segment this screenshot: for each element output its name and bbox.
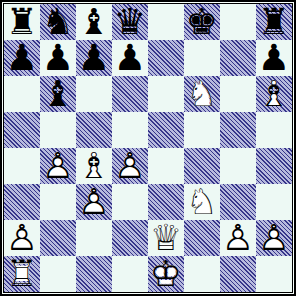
piece-white-queen[interactable]: ♛♕ xyxy=(148,220,184,256)
chess-board: ♜♞♝♛♚♜♟♟♟♟♟♝♞♘♝♗♟♙♝♗♟♙♟♙♞♘♟♙♛♕♟♙♟♙♜♖♚♔ xyxy=(0,0,296,296)
square-f6[interactable]: ♞♘ xyxy=(184,76,220,112)
square-b7[interactable]: ♟ xyxy=(40,40,76,76)
square-g3[interactable] xyxy=(220,184,256,220)
piece-white-pawn[interactable]: ♟♙ xyxy=(256,220,292,256)
square-g6[interactable] xyxy=(220,76,256,112)
square-f4[interactable] xyxy=(184,148,220,184)
piece-white-pawn[interactable]: ♟♙ xyxy=(76,184,112,220)
square-c8[interactable]: ♝ xyxy=(76,4,112,40)
square-c4[interactable]: ♝♗ xyxy=(76,148,112,184)
square-d5[interactable] xyxy=(112,112,148,148)
square-h3[interactable] xyxy=(256,184,292,220)
piece-black-rook[interactable]: ♜ xyxy=(256,4,292,40)
white-rook-outline: ♖ xyxy=(4,256,40,292)
square-a3[interactable] xyxy=(4,184,40,220)
white-bishop-outline: ♗ xyxy=(256,76,292,112)
square-e7[interactable] xyxy=(148,40,184,76)
square-h6[interactable]: ♝♗ xyxy=(256,76,292,112)
square-b2[interactable] xyxy=(40,220,76,256)
square-g8[interactable] xyxy=(220,4,256,40)
square-g1[interactable] xyxy=(220,256,256,292)
piece-black-knight[interactable]: ♞ xyxy=(40,4,76,40)
square-d3[interactable] xyxy=(112,184,148,220)
square-b6[interactable]: ♝ xyxy=(40,76,76,112)
white-pawn-outline: ♙ xyxy=(256,220,292,256)
square-f2[interactable] xyxy=(184,220,220,256)
square-h8[interactable]: ♜ xyxy=(256,4,292,40)
piece-black-bishop[interactable]: ♝ xyxy=(76,4,112,40)
piece-white-pawn[interactable]: ♟♙ xyxy=(112,148,148,184)
piece-white-knight[interactable]: ♞♘ xyxy=(184,184,220,220)
square-a6[interactable] xyxy=(4,76,40,112)
square-h7[interactable]: ♟ xyxy=(256,40,292,76)
white-knight-outline: ♘ xyxy=(184,76,220,112)
square-e8[interactable] xyxy=(148,4,184,40)
white-pawn-outline: ♙ xyxy=(4,220,40,256)
square-b1[interactable] xyxy=(40,256,76,292)
square-a5[interactable] xyxy=(4,112,40,148)
square-d6[interactable] xyxy=(112,76,148,112)
square-d8[interactable]: ♛ xyxy=(112,4,148,40)
square-f7[interactable] xyxy=(184,40,220,76)
square-c7[interactable]: ♟ xyxy=(76,40,112,76)
square-e5[interactable] xyxy=(148,112,184,148)
white-pawn-outline: ♙ xyxy=(112,148,148,184)
square-g7[interactable] xyxy=(220,40,256,76)
white-queen-outline: ♕ xyxy=(148,220,184,256)
white-knight-outline: ♘ xyxy=(184,184,220,220)
piece-black-pawn[interactable]: ♟ xyxy=(4,40,40,76)
square-e3[interactable] xyxy=(148,184,184,220)
white-pawn-outline: ♙ xyxy=(40,148,76,184)
square-c1[interactable] xyxy=(76,256,112,292)
square-b5[interactable] xyxy=(40,112,76,148)
square-c5[interactable] xyxy=(76,112,112,148)
piece-black-pawn[interactable]: ♟ xyxy=(40,40,76,76)
square-a2[interactable]: ♟♙ xyxy=(4,220,40,256)
square-f8[interactable]: ♚ xyxy=(184,4,220,40)
square-a8[interactable]: ♜ xyxy=(4,4,40,40)
square-f5[interactable] xyxy=(184,112,220,148)
piece-white-bishop[interactable]: ♝♗ xyxy=(76,148,112,184)
piece-white-bishop[interactable]: ♝♗ xyxy=(256,76,292,112)
piece-black-bishop[interactable]: ♝ xyxy=(40,76,76,112)
piece-white-pawn[interactable]: ♟♙ xyxy=(220,220,256,256)
piece-white-pawn[interactable]: ♟♙ xyxy=(40,148,76,184)
square-c2[interactable] xyxy=(76,220,112,256)
piece-white-rook[interactable]: ♜♖ xyxy=(4,256,40,292)
white-bishop-outline: ♗ xyxy=(76,148,112,184)
square-a4[interactable] xyxy=(4,148,40,184)
square-h1[interactable] xyxy=(256,256,292,292)
square-e1[interactable]: ♚♔ xyxy=(148,256,184,292)
piece-black-king[interactable]: ♚ xyxy=(184,4,220,40)
piece-black-pawn[interactable]: ♟ xyxy=(76,40,112,76)
piece-white-knight[interactable]: ♞♘ xyxy=(184,76,220,112)
square-g4[interactable] xyxy=(220,148,256,184)
square-c3[interactable]: ♟♙ xyxy=(76,184,112,220)
piece-black-rook[interactable]: ♜ xyxy=(4,4,40,40)
square-f3[interactable]: ♞♘ xyxy=(184,184,220,220)
square-d1[interactable] xyxy=(112,256,148,292)
square-d4[interactable]: ♟♙ xyxy=(112,148,148,184)
square-b8[interactable]: ♞ xyxy=(40,4,76,40)
square-h2[interactable]: ♟♙ xyxy=(256,220,292,256)
square-e4[interactable] xyxy=(148,148,184,184)
square-e6[interactable] xyxy=(148,76,184,112)
square-f1[interactable] xyxy=(184,256,220,292)
square-b4[interactable]: ♟♙ xyxy=(40,148,76,184)
square-b3[interactable] xyxy=(40,184,76,220)
square-c6[interactable] xyxy=(76,76,112,112)
piece-white-king[interactable]: ♚♔ xyxy=(148,256,184,292)
white-pawn-outline: ♙ xyxy=(76,184,112,220)
square-d7[interactable]: ♟ xyxy=(112,40,148,76)
piece-white-pawn[interactable]: ♟♙ xyxy=(4,220,40,256)
square-e2[interactable]: ♛♕ xyxy=(148,220,184,256)
piece-black-pawn[interactable]: ♟ xyxy=(112,40,148,76)
white-king-outline: ♔ xyxy=(148,256,184,292)
square-d2[interactable] xyxy=(112,220,148,256)
square-h4[interactable] xyxy=(256,148,292,184)
square-a7[interactable]: ♟ xyxy=(4,40,40,76)
white-pawn-outline: ♙ xyxy=(220,220,256,256)
square-a1[interactable]: ♜♖ xyxy=(4,256,40,292)
piece-black-queen[interactable]: ♛ xyxy=(112,4,148,40)
square-g2[interactable]: ♟♙ xyxy=(220,220,256,256)
square-g5[interactable] xyxy=(220,112,256,148)
board-grid: ♜♞♝♛♚♜♟♟♟♟♟♝♞♘♝♗♟♙♝♗♟♙♟♙♞♘♟♙♛♕♟♙♟♙♜♖♚♔ xyxy=(3,3,293,293)
piece-black-pawn[interactable]: ♟ xyxy=(256,40,292,76)
square-h5[interactable] xyxy=(256,112,292,148)
